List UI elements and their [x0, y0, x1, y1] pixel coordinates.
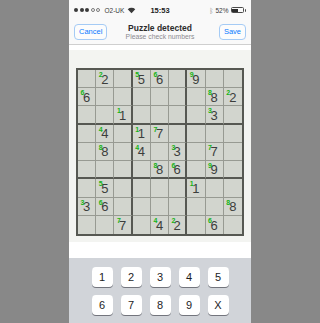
- sudoku-cell-r6c7[interactable]: [187, 161, 205, 179]
- sudoku-cell-r1c8[interactable]: [206, 70, 224, 88]
- sudoku-cell-r5c4[interactable]: 44: [133, 143, 151, 161]
- sudoku-cell-r3c4[interactable]: [133, 106, 151, 124]
- sudoku-cell-r5c1[interactable]: [78, 143, 96, 161]
- sudoku-cell-r3c8[interactable]: 33: [206, 106, 224, 124]
- detected-digit: 2: [99, 71, 103, 78]
- sudoku-cell-r7c5[interactable]: [151, 179, 169, 197]
- key-2[interactable]: 2: [121, 267, 142, 287]
- sudoku-cell-r4c9[interactable]: [224, 125, 242, 143]
- battery-percent: 52%: [215, 7, 228, 14]
- detected-digit: 8: [153, 162, 157, 169]
- sudoku-cell-r1c2[interactable]: 22: [96, 70, 114, 88]
- sudoku-cell-r2c6[interactable]: [169, 88, 187, 106]
- key-clear-x[interactable]: X: [208, 295, 229, 315]
- nav-bar: Cancel Puzzle detected Please check numb…: [69, 20, 251, 45]
- detected-digit: 4: [135, 144, 139, 151]
- sudoku-cell-r1c4[interactable]: 55: [133, 70, 151, 88]
- sudoku-cell-r3c2[interactable]: [96, 106, 114, 124]
- key-5[interactable]: 5: [208, 267, 229, 287]
- sudoku-cell-r4c3[interactable]: [114, 125, 132, 143]
- sudoku-cell-r9c7[interactable]: [187, 216, 205, 234]
- detected-digit: 7: [153, 126, 157, 133]
- sudoku-cell-r2c3[interactable]: [114, 88, 132, 106]
- detected-digit: 7: [117, 217, 121, 224]
- sudoku-cell-r4c2[interactable]: 44: [96, 125, 114, 143]
- page-subtitle: Please check numbers: [126, 33, 195, 41]
- sudoku-cell-r7c4[interactable]: [133, 179, 151, 197]
- sudoku-cell-r8c4[interactable]: [133, 198, 151, 216]
- detected-digit: 9: [190, 71, 194, 78]
- sudoku-cell-r5c9[interactable]: [224, 143, 242, 161]
- sudoku-cell-r5c8[interactable]: 77: [206, 143, 224, 161]
- sudoku-cell-r2c4[interactable]: [133, 88, 151, 106]
- sudoku-cell-r4c1[interactable]: [78, 125, 96, 143]
- sudoku-cell-r2c1[interactable]: 66: [78, 88, 96, 106]
- sudoku-cell-r1c5[interactable]: 66: [151, 70, 169, 88]
- printed-digit: 8: [229, 199, 236, 213]
- sudoku-cell-r8c2[interactable]: 66: [96, 198, 114, 216]
- detected-digit: 8: [226, 199, 230, 206]
- sudoku-cell-r7c8[interactable]: [206, 179, 224, 197]
- sudoku-cell-r2c9[interactable]: 22: [224, 88, 242, 106]
- key-1[interactable]: 1: [92, 267, 113, 287]
- sudoku-cell-r4c8[interactable]: [206, 125, 224, 143]
- sudoku-cell-r5c3[interactable]: [114, 143, 132, 161]
- sudoku-cell-r4c4[interactable]: 11: [133, 125, 151, 143]
- sudoku-cell-r9c6[interactable]: 22: [169, 216, 187, 234]
- sudoku-cell-r3c9[interactable]: [224, 106, 242, 124]
- detected-digit: 8: [208, 89, 212, 96]
- sudoku-cell-r6c3[interactable]: [114, 161, 132, 179]
- app-screen: O2-UK 15:53 ᛒ 52% Cancel Puzzle detected…: [69, 0, 251, 323]
- sudoku-cell-r6c8[interactable]: 99: [206, 161, 224, 179]
- sudoku-cell-r7c2[interactable]: 55: [96, 179, 114, 197]
- sudoku-cell-r6c1[interactable]: [78, 161, 96, 179]
- keypad-row: 12345: [88, 267, 233, 287]
- sudoku-cell-r3c7[interactable]: [187, 106, 205, 124]
- detected-digit: 1: [117, 107, 121, 114]
- sudoku-cell-r7c1[interactable]: [78, 179, 96, 197]
- sudoku-cell-r7c6[interactable]: [169, 179, 187, 197]
- sudoku-cell-r6c5[interactable]: 88: [151, 161, 169, 179]
- sudoku-cell-r8c7[interactable]: [187, 198, 205, 216]
- sudoku-cell-r3c3[interactable]: 11: [114, 106, 132, 124]
- detected-digit: 6: [99, 199, 103, 206]
- sudoku-cell-r1c1[interactable]: [78, 70, 96, 88]
- sudoku-cell-r2c2[interactable]: [96, 88, 114, 106]
- sudoku-cell-r1c3[interactable]: [114, 70, 132, 88]
- sudoku-cell-r3c5[interactable]: [151, 106, 169, 124]
- sudoku-cell-r5c7[interactable]: [187, 143, 205, 161]
- sudoku-cell-r4c7[interactable]: [187, 125, 205, 143]
- sudoku-cell-r8c9[interactable]: 88: [224, 198, 242, 216]
- key-6[interactable]: 6: [92, 295, 113, 315]
- cancel-button[interactable]: Cancel: [74, 24, 107, 40]
- sudoku-cell-r1c9[interactable]: [224, 70, 242, 88]
- bluetooth-icon: ᛒ: [209, 7, 213, 14]
- battery-tip: [245, 9, 247, 12]
- sudoku-cell-r7c3[interactable]: [114, 179, 132, 197]
- sudoku-cell-r9c2[interactable]: [96, 216, 114, 234]
- key-8[interactable]: 8: [150, 295, 171, 315]
- sudoku-cell-r2c7[interactable]: [187, 88, 205, 106]
- detected-digit: 4: [153, 217, 157, 224]
- save-button[interactable]: Save: [219, 24, 246, 40]
- sudoku-cell-r6c2[interactable]: [96, 161, 114, 179]
- sudoku-cell-r9c1[interactable]: [78, 216, 96, 234]
- key-9[interactable]: 9: [179, 295, 200, 315]
- detected-digit: 9: [208, 162, 212, 169]
- detected-digit: 5: [135, 71, 139, 78]
- sudoku-cell-r2c5[interactable]: [151, 88, 169, 106]
- detected-digit: 8: [99, 144, 103, 151]
- battery-icon: [231, 7, 244, 13]
- detected-digit: 3: [172, 144, 176, 151]
- page-title: Puzzle detected: [128, 23, 192, 33]
- detected-digit: 1: [190, 180, 194, 187]
- sudoku-cell-r9c5[interactable]: 44: [151, 216, 169, 234]
- sudoku-cell-r9c4[interactable]: [133, 216, 151, 234]
- detected-digit: 3: [81, 199, 85, 206]
- number-keypad: 123456789X: [69, 258, 251, 323]
- sudoku-cell-r5c6[interactable]: 33: [169, 143, 187, 161]
- detected-digit: 1: [135, 126, 139, 133]
- sudoku-cell-r5c2[interactable]: 88: [96, 143, 114, 161]
- detected-digit: 6: [153, 71, 157, 78]
- sudoku-cell-r2c8[interactable]: 88: [206, 88, 224, 106]
- sudoku-cell-r4c6[interactable]: [169, 125, 187, 143]
- detected-digit: 6: [172, 162, 176, 169]
- key-7[interactable]: 7: [121, 295, 142, 315]
- sudoku-board: 2255669966882211334411778844337788669955…: [76, 68, 244, 236]
- sudoku-cell-r9c9[interactable]: [224, 216, 242, 234]
- sudoku-cell-r9c8[interactable]: 66: [206, 216, 224, 234]
- detected-digit: 5: [99, 180, 103, 187]
- sudoku-cell-r3c1[interactable]: [78, 106, 96, 124]
- detected-digit: 3: [208, 107, 212, 114]
- detected-digit: 2: [226, 89, 230, 96]
- sudoku-cell-r9c3[interactable]: 77: [114, 216, 132, 234]
- sudoku-cell-r6c4[interactable]: [133, 161, 151, 179]
- detected-digit: 4: [99, 126, 103, 133]
- detected-digit: 2: [172, 217, 176, 224]
- key-4[interactable]: 4: [179, 267, 200, 287]
- sudoku-cell-r1c6[interactable]: [169, 70, 187, 88]
- sudoku-cell-r6c6[interactable]: 66: [169, 161, 187, 179]
- detected-digit: 7: [208, 144, 212, 151]
- sudoku-cell-r8c3[interactable]: [114, 198, 132, 216]
- sudoku-cell-r5c5[interactable]: [151, 143, 169, 161]
- status-bar: O2-UK 15:53 ᛒ 52%: [69, 0, 251, 20]
- sudoku-cell-r8c6[interactable]: [169, 198, 187, 216]
- sudoku-cell-r7c9[interactable]: [224, 179, 242, 197]
- sudoku-cell-r8c8[interactable]: [206, 198, 224, 216]
- sudoku-cell-r8c1[interactable]: 33: [78, 198, 96, 216]
- sudoku-cell-r8c5[interactable]: [151, 198, 169, 216]
- sudoku-cell-r4c5[interactable]: 77: [151, 125, 169, 143]
- sudoku-cell-r7c7[interactable]: 11: [187, 179, 205, 197]
- sudoku-cell-r3c6[interactable]: [169, 106, 187, 124]
- printed-digit: 2: [229, 90, 236, 104]
- sudoku-cell-r1c7[interactable]: 99: [187, 70, 205, 88]
- detected-digit: 6: [81, 89, 85, 96]
- keypad-row: 6789X: [88, 295, 233, 315]
- detected-digit: 6: [208, 217, 212, 224]
- sudoku-cell-r6c9[interactable]: [224, 161, 242, 179]
- key-3[interactable]: 3: [150, 267, 171, 287]
